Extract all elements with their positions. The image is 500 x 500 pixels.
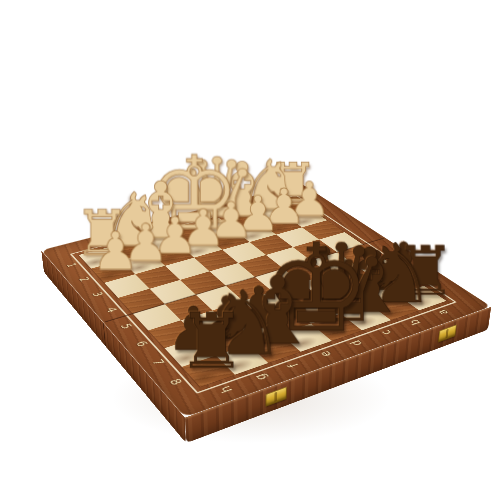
black-pawn-glyph: ♟ — [360, 240, 448, 286]
chess-set-photo: Folding wooden chess set with walnut and… — [0, 0, 500, 500]
brass-latch-right — [438, 324, 457, 342]
pieces-layer: ♜♞♝♚♛♝♞♜♟♟♟♟♟♟♟♟♟♟♟♟♟♟♟♟♜♞♝♚♛♝♞♜ — [41, 183, 491, 417]
white-rook-glyph: ♜ — [255, 160, 331, 209]
chess-set: 12345678 hgfedcba ♜♞♝♚♛♝♞♜♟♟♟♟♟♟♟♟♟♟♟♟♟♟… — [69, 91, 441, 463]
chess-board: 12345678 hgfedcba ♜♞♝♚♛♝♞♜♟♟♟♟♟♟♟♟♟♟♟♟♟♟… — [41, 183, 491, 417]
brass-latch-left — [266, 386, 287, 406]
